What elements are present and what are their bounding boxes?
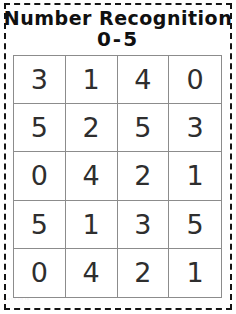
grid-cell-r2c2: 2 <box>66 104 118 152</box>
grid-cell-r3c1: 0 <box>14 152 66 200</box>
grid-cell-r1c4: 0 <box>169 56 221 104</box>
grid-cell-r4c4: 5 <box>169 201 221 249</box>
grid-cell-r5c1: 0 <box>14 249 66 297</box>
grid-cell-r4c3: 3 <box>118 201 170 249</box>
grid-cell-r1c3: 4 <box>118 56 170 104</box>
grid-cell-r4c2: 1 <box>66 201 118 249</box>
title-block: Number Recognition 0-5 <box>0 7 236 50</box>
credit-text: ·········· ···· ··· <box>2 297 30 301</box>
grid-cell-r3c4: 1 <box>169 152 221 200</box>
grid-cell-r5c3: 2 <box>118 249 170 297</box>
number-grid: 3 1 4 0 5 2 5 3 0 4 2 1 5 1 3 5 0 4 2 1 <box>13 55 222 298</box>
grid-cell-r3c3: 2 <box>118 152 170 200</box>
grid-cell-r2c1: 5 <box>14 104 66 152</box>
grid-cell-r5c2: 4 <box>66 249 118 297</box>
grid-cell-r1c1: 3 <box>14 56 66 104</box>
grid-cell-r2c4: 3 <box>169 104 221 152</box>
page-subtitle: 0-5 <box>0 29 236 50</box>
grid-cell-r4c1: 5 <box>14 201 66 249</box>
grid-cell-r1c2: 1 <box>66 56 118 104</box>
grid-cell-r2c3: 5 <box>118 104 170 152</box>
grid-cell-r5c4: 1 <box>169 249 221 297</box>
grid-cell-r3c2: 4 <box>66 152 118 200</box>
page-title: Number Recognition <box>0 7 236 29</box>
worksheet-page: Number Recognition 0-5 3 1 4 0 5 2 5 3 0… <box>0 0 236 314</box>
